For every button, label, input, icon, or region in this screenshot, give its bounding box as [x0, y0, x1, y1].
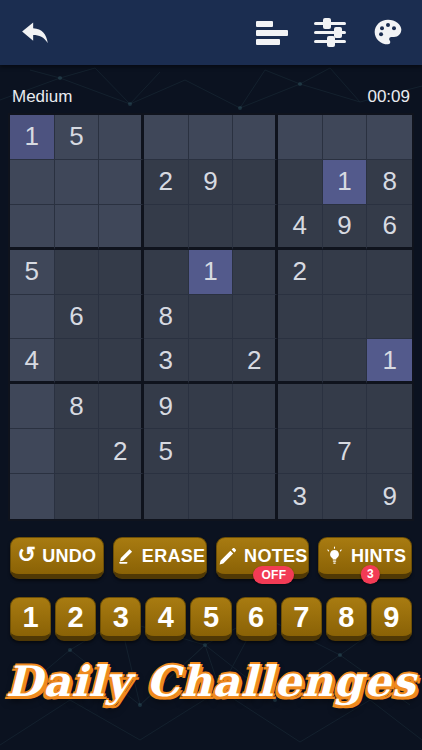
- cell-r3c1[interactable]: [10, 205, 55, 250]
- numpad-key-1[interactable]: 1: [10, 597, 51, 641]
- cell-r5c2[interactable]: 6: [55, 295, 100, 340]
- notes-label: NOTES: [244, 546, 308, 567]
- cell-r2c4[interactable]: 2: [144, 160, 189, 205]
- numpad-key-2[interactable]: 2: [55, 597, 96, 641]
- cell-r5c1[interactable]: [10, 295, 55, 340]
- cell-r1c8[interactable]: [323, 115, 368, 160]
- cell-r9c8[interactable]: [323, 474, 368, 519]
- numpad-key-7[interactable]: 7: [281, 597, 322, 641]
- statistics-bars-icon: [256, 20, 288, 46]
- undo-button[interactable]: ↺ UNDO: [10, 537, 104, 579]
- cell-r1c9[interactable]: [367, 115, 412, 160]
- numpad-key-4[interactable]: 4: [145, 597, 186, 641]
- notes-off-badge: OFF: [253, 566, 294, 584]
- cell-r5c5[interactable]: [189, 295, 234, 340]
- settings-sliders-button[interactable]: [310, 16, 350, 50]
- cell-r1c1[interactable]: 1: [10, 115, 55, 160]
- cell-r3c2[interactable]: [55, 205, 100, 250]
- numpad-key-5[interactable]: 5: [190, 597, 231, 641]
- pencil-icon: [217, 546, 238, 567]
- cell-r9c7[interactable]: 3: [278, 474, 323, 519]
- cell-r6c9[interactable]: 1: [367, 339, 412, 384]
- cell-r8c9[interactable]: [367, 429, 412, 474]
- cell-r4c5[interactable]: 1: [189, 250, 234, 295]
- cell-r1c7[interactable]: [278, 115, 323, 160]
- cell-r6c6[interactable]: 2: [233, 339, 278, 384]
- sliders-icon: [314, 20, 346, 46]
- reply-arrow-icon: [18, 16, 54, 50]
- cell-r6c5[interactable]: [189, 339, 234, 384]
- cell-r8c8[interactable]: 7: [323, 429, 368, 474]
- cell-r4c9[interactable]: [367, 250, 412, 295]
- notes-button[interactable]: NOTES OFF: [216, 537, 310, 579]
- cell-r7c1[interactable]: [10, 384, 55, 429]
- cell-r4c8[interactable]: [323, 250, 368, 295]
- sudoku-board: 1529184965126843218925739: [8, 113, 414, 521]
- cell-r5c7[interactable]: [278, 295, 323, 340]
- cell-r9c4[interactable]: [144, 474, 189, 519]
- cell-r2c8[interactable]: 1: [323, 160, 368, 205]
- back-button[interactable]: [14, 12, 58, 54]
- lightbulb-icon: [324, 545, 345, 567]
- difficulty-label: Medium: [12, 87, 72, 107]
- cell-r5c4[interactable]: 8: [144, 295, 189, 340]
- cell-r7c3[interactable]: [99, 384, 144, 429]
- cell-r3c6[interactable]: [233, 205, 278, 250]
- hints-count-badge: 3: [361, 565, 380, 584]
- cell-r7c7[interactable]: [278, 384, 323, 429]
- cell-r4c1[interactable]: 5: [10, 250, 55, 295]
- status-row: Medium 00:09: [12, 87, 410, 107]
- erase-label: ERASE: [142, 546, 206, 567]
- cell-r8c2[interactable]: [55, 429, 100, 474]
- cell-r2c6[interactable]: [233, 160, 278, 205]
- cell-r3c9[interactable]: 6: [367, 205, 412, 250]
- cell-r7c8[interactable]: [323, 384, 368, 429]
- cell-r3c8[interactable]: 9: [323, 205, 368, 250]
- cell-r5c6[interactable]: [233, 295, 278, 340]
- cell-r2c9[interactable]: 8: [367, 160, 412, 205]
- cell-r5c8[interactable]: [323, 295, 368, 340]
- undo-circular-arrow-icon: ↺: [17, 544, 36, 566]
- palette-icon: [372, 17, 404, 49]
- statistics-button[interactable]: [252, 16, 292, 50]
- cell-r6c3[interactable]: [99, 339, 144, 384]
- cell-r7c6[interactable]: [233, 384, 278, 429]
- cell-r1c5[interactable]: [189, 115, 234, 160]
- timer: 00:09: [367, 87, 410, 107]
- numpad-key-8[interactable]: 8: [326, 597, 367, 641]
- cell-r2c3[interactable]: [99, 160, 144, 205]
- cell-r4c7[interactable]: 2: [278, 250, 323, 295]
- cell-r6c7[interactable]: [278, 339, 323, 384]
- theme-palette-button[interactable]: [368, 13, 408, 53]
- cell-r8c3[interactable]: 2: [99, 429, 144, 474]
- cell-r9c5[interactable]: [189, 474, 234, 519]
- cell-r8c4[interactable]: 5: [144, 429, 189, 474]
- cell-r2c1[interactable]: [10, 160, 55, 205]
- cell-r6c1[interactable]: 4: [10, 339, 55, 384]
- action-toolbar: ↺ UNDO ERASE NOTES OFF HINTS: [10, 537, 412, 579]
- cell-r6c8[interactable]: [323, 339, 368, 384]
- cell-r1c6[interactable]: [233, 115, 278, 160]
- cell-r1c4[interactable]: [144, 115, 189, 160]
- undo-label: UNDO: [42, 546, 96, 567]
- cell-r4c4[interactable]: [144, 250, 189, 295]
- cell-r9c9[interactable]: 9: [367, 474, 412, 519]
- number-pad: 123456789: [10, 597, 412, 641]
- cell-r3c5[interactable]: [189, 205, 234, 250]
- numpad-key-9[interactable]: 9: [371, 597, 412, 641]
- cell-r4c2[interactable]: [55, 250, 100, 295]
- cell-r3c4[interactable]: [144, 205, 189, 250]
- cell-r4c3[interactable]: [99, 250, 144, 295]
- cell-r8c1[interactable]: [10, 429, 55, 474]
- cell-r1c3[interactable]: [99, 115, 144, 160]
- cell-r9c3[interactable]: [99, 474, 144, 519]
- cell-r6c2[interactable]: [55, 339, 100, 384]
- pencil-eraser-icon: [114, 546, 136, 566]
- cell-r8c6[interactable]: [233, 429, 278, 474]
- daily-challenges-banner[interactable]: Daily Challenges: [0, 657, 422, 706]
- cell-r7c5[interactable]: [189, 384, 234, 429]
- cell-r7c9[interactable]: [367, 384, 412, 429]
- cell-r6c4[interactable]: 3: [144, 339, 189, 384]
- cell-r2c7[interactable]: [278, 160, 323, 205]
- cell-r9c1[interactable]: [10, 474, 55, 519]
- numpad-key-6[interactable]: 6: [236, 597, 277, 641]
- top-bar: [0, 0, 422, 65]
- erase-button[interactable]: ERASE: [113, 537, 207, 579]
- cell-r8c7[interactable]: [278, 429, 323, 474]
- cell-r2c5[interactable]: 9: [189, 160, 234, 205]
- cell-r9c2[interactable]: [55, 474, 100, 519]
- cell-r3c3[interactable]: [99, 205, 144, 250]
- numpad-key-3[interactable]: 3: [100, 597, 141, 641]
- cell-r5c9[interactable]: [367, 295, 412, 340]
- cell-r2c2[interactable]: [55, 160, 100, 205]
- hints-label: HINTS: [351, 546, 407, 567]
- cell-r7c2[interactable]: 8: [55, 384, 100, 429]
- cell-r3c7[interactable]: 4: [278, 205, 323, 250]
- cell-r4c6[interactable]: [233, 250, 278, 295]
- cell-r8c5[interactable]: [189, 429, 234, 474]
- cell-r1c2[interactable]: 5: [55, 115, 100, 160]
- cell-r9c6[interactable]: [233, 474, 278, 519]
- cell-r5c3[interactable]: [99, 295, 144, 340]
- cell-r7c4[interactable]: 9: [144, 384, 189, 429]
- hints-button[interactable]: HINTS 3: [318, 537, 412, 579]
